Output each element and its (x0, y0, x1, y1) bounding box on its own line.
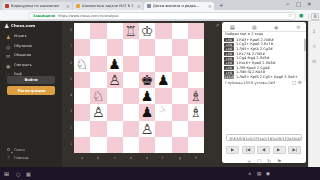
login-button-label: Войти (24, 78, 37, 82)
white-rook[interactable]: ♖ (125, 23, 138, 39)
engine-status: Глубина=18/18 узлов=24M (225, 81, 275, 85)
black-pawn[interactable]: ♟ (157, 72, 170, 88)
black-pawn[interactable]: ♟ (141, 104, 154, 120)
square-e1[interactable] (139, 137, 155, 153)
add-icon[interactable]: + (247, 158, 251, 164)
bookmark-star-icon[interactable]: ☆ (288, 13, 292, 18)
rank-label-7: 7 (70, 44, 72, 48)
sidebar-item-connect[interactable]: Общение (14, 53, 31, 57)
square-e4[interactable]: ♟ (139, 88, 155, 104)
tray-volume-icon[interactable]: ◉ (266, 171, 270, 176)
sidebar-item-play[interactable]: Играть (14, 34, 27, 38)
square-g2[interactable] (172, 121, 188, 137)
sidebar-help-label[interactable]: Помощь (14, 156, 29, 160)
tab1-title: Видеоуроки по шахматам (11, 4, 59, 8)
last-move-button[interactable]: ▶| (288, 146, 301, 154)
square-b2[interactable] (90, 121, 106, 137)
security-label: Защищено (33, 14, 55, 18)
connect-icon: ✉ (6, 53, 10, 59)
white-pawn[interactable]: ♙ (141, 121, 154, 137)
square-c3[interactable] (107, 104, 123, 120)
file-label-c: c (114, 156, 116, 160)
square-d3[interactable] (123, 104, 139, 120)
file-label-g: g (179, 156, 181, 160)
square-g4[interactable] (172, 88, 188, 104)
logo-pawn-icon: ♟ (4, 23, 9, 29)
login-button[interactable]: Войти (7, 76, 55, 84)
white-knight[interactable]: ♘ (76, 56, 89, 72)
square-f7[interactable] (155, 39, 171, 55)
next-move-button[interactable]: ▶ (273, 146, 286, 154)
white-pawn[interactable]: ♙ (92, 104, 105, 120)
watch-icon: ◉ (6, 63, 10, 69)
square-g3[interactable] (172, 104, 188, 120)
expand-board-icon[interactable]: ↗ (215, 23, 219, 28)
square-d4[interactable] (123, 88, 139, 104)
site-sidebar: ♟ Chess.com ♟ Играть ◎ Обучение ✉ Общени… (0, 21, 62, 167)
help-icon[interactable]: ? (7, 156, 9, 161)
tab2-close-icon[interactable]: × (137, 3, 141, 9)
file-label-h: h (195, 156, 197, 160)
start-button[interactable]: ⊞ (4, 170, 9, 177)
white-king[interactable]: ♔ (141, 23, 154, 39)
rank-label-3: 3 (70, 109, 72, 113)
fen-input[interactable]: 3RK3/8/N1p5/2P1kp2/1N2p2B/1P2p2B/4P3/8 w… (226, 134, 302, 141)
first-move-icon: |◀ (246, 148, 251, 153)
square-c6[interactable]: ♟ (107, 56, 123, 72)
square-g5[interactable] (172, 72, 188, 88)
square-f4[interactable] (155, 88, 171, 104)
eval-badge: +M2 (224, 52, 234, 56)
window-maximize-icon[interactable]: □ (296, 1, 301, 7)
tray-expand-icon[interactable]: ∧ (248, 171, 251, 176)
engine-play-button[interactable]: ▶ (226, 146, 239, 154)
square-c4[interactable] (107, 88, 123, 104)
tab3-title: Доска анализа и редак… (153, 4, 199, 8)
square-f1[interactable] (155, 137, 171, 153)
first-move-button[interactable]: |◀ (242, 146, 255, 154)
square-h8[interactable] (188, 23, 204, 39)
square-g6[interactable] (172, 56, 188, 72)
line-moves: 1.Лd5+ Крf4 2.Сg3# (236, 47, 273, 51)
browser-side-strip: ⇩ ☆ ⊙ (308, 21, 320, 167)
taskbar-search-icon[interactable]: ○ (16, 171, 20, 177)
tab3-favicon (147, 4, 151, 8)
line-moves: 1.Лd6 f4 2.Кd3# (236, 70, 265, 74)
next-move-icon: ▶ (277, 148, 280, 153)
square-d1[interactable] (123, 137, 139, 153)
rank-label-8: 8 (70, 28, 72, 32)
square-e3[interactable]: ♟ (139, 104, 155, 120)
line-moves: 1.Лe8+ Крf6 2.Сg5+ Крg6 3.Лe6+ (236, 75, 298, 79)
eval-badge: +M2 (224, 61, 234, 65)
square-a7[interactable] (74, 39, 90, 55)
board-setup-icon[interactable]: □ (257, 158, 262, 164)
square-h5[interactable] (188, 72, 204, 88)
eval-badge: +M2 (224, 66, 234, 70)
square-e6[interactable] (139, 56, 155, 72)
site-logo-text[interactable]: Chess.com (11, 24, 35, 28)
downloads-icon[interactable]: ⇩ (312, 29, 316, 34)
panel-tab-openings-icon[interactable]: ▦ (252, 24, 257, 30)
search-icon[interactable] (7, 148, 10, 151)
white-knight[interactable]: ♘ (92, 88, 105, 104)
file-label-f: f (162, 156, 163, 160)
windows-taskbar: ⊞ ○ ▦ e ∧ ▤ ◉ 15:04 24.02.2019 (0, 167, 320, 180)
square-b8[interactable] (90, 23, 106, 39)
square-b1[interactable] (90, 137, 106, 153)
engine-scrollbar-thumb[interactable] (304, 39, 306, 51)
black-pawn[interactable]: ♟ (108, 56, 121, 72)
file-label-d: d (130, 156, 132, 160)
eval-badge: +M2 (224, 71, 234, 75)
last-move-icon: ▶| (292, 148, 297, 153)
sidebar-search-label[interactable]: Поиск (14, 148, 25, 152)
line-moves: 1.Кxc6+ Крe6 2.Лd6# (236, 61, 276, 65)
url-text: https://www.chess.com/ru/analysis (58, 14, 119, 18)
flip-board-icon[interactable]: ↻ (267, 158, 271, 164)
square-b6[interactable] (90, 56, 106, 72)
square-h1[interactable] (188, 137, 204, 153)
browser-tabstrip: Видеоуроки по шахматам × Шахматные задач… (0, 0, 320, 10)
white-bishop[interactable]: ♗ (190, 104, 203, 120)
tab1-close-icon[interactable]: × (66, 3, 70, 9)
engine-line[interactable]: +13.29 1.Лe8+ Крf6 2.Сg5+ Крg6 3.Лe6+ (222, 75, 304, 80)
side-panel-toggle-icon[interactable]: ≣ (311, 13, 319, 20)
tab1-favicon (5, 4, 9, 8)
square-g1[interactable] (172, 137, 188, 153)
square-f2[interactable] (155, 121, 171, 137)
square-h6[interactable] (188, 56, 204, 72)
black-pawn[interactable]: ♟ (141, 88, 154, 104)
flag-icon[interactable]: ⚑ (277, 158, 281, 164)
eval-badge: +M2 (224, 43, 234, 47)
screen: Видеоуроки по шахматам × Шахматные задач… (0, 0, 320, 180)
play-icon: ▶ (231, 148, 234, 153)
square-h3[interactable]: ♗ (188, 104, 204, 120)
eval-badge: +M2 (224, 47, 234, 51)
square-g7[interactable] (172, 39, 188, 55)
square-c8[interactable] (107, 23, 123, 39)
square-h2[interactable] (188, 121, 204, 137)
eval-badge: +M2 (224, 57, 234, 61)
browser-tab-1[interactable]: Видеоуроки по шахматам × (2, 2, 72, 11)
white-bishop[interactable]: ♗ (190, 88, 203, 104)
file-label-a: a (81, 156, 83, 160)
panel-header: Найден мат в 2 хода (225, 32, 263, 36)
square-c1[interactable] (107, 137, 123, 153)
fen-text: 3RK3/8/N1p5/2P1kp2/1N2p2B/1P2p2B/4P3/8 w… (229, 137, 302, 141)
bookmarks-icon[interactable]: ☆ (312, 44, 316, 49)
signup-button-label: Регистрация (17, 88, 45, 92)
line-moves: 1.Кc7 f4 2.Лd5# (236, 52, 265, 56)
tray-network-icon[interactable]: ▤ (257, 171, 261, 176)
line-moves: 1.Сg3+ Крe6 2.Кc7# (236, 42, 273, 46)
window-minimize-icon[interactable]: ─ (286, 1, 289, 7)
chess-board[interactable]: ♖♔♘♟♙♚♟♘♟♗♙♟♗♙ (74, 23, 204, 153)
square-f6[interactable] (155, 56, 171, 72)
rank-label-6: 6 (70, 61, 72, 65)
rank-label-4: 4 (70, 93, 72, 97)
square-b7[interactable] (90, 39, 106, 55)
square-h7[interactable] (188, 39, 204, 55)
new-tab-button[interactable]: + (219, 3, 224, 9)
panel-tab-settings-icon[interactable]: ⚙ (296, 24, 300, 30)
square-c2[interactable] (107, 121, 123, 137)
square-e8[interactable]: ♔ (139, 23, 155, 39)
square-d5[interactable] (123, 72, 139, 88)
panel-tab-sound-icon[interactable]: ◉ (274, 24, 278, 30)
eval-badge: +13.29 (224, 75, 234, 79)
learn-icon: ◎ (6, 44, 10, 50)
black-king[interactable]: ♚ (141, 72, 154, 88)
task-view-icon[interactable]: ▦ (26, 171, 31, 177)
history-icon[interactable]: ⊙ (312, 59, 316, 64)
square-a6[interactable]: ♘ (74, 56, 90, 72)
square-a8[interactable] (74, 23, 90, 39)
file-label-b: b (97, 156, 99, 160)
prev-move-icon: ◀ (262, 148, 265, 153)
browser-tab-2[interactable]: Шахматные задачи МАТ В 2 × (73, 2, 143, 11)
eval-badge: +M2 (224, 38, 234, 42)
square-e7[interactable] (139, 39, 155, 55)
prev-move-button[interactable]: ◀ (257, 146, 270, 154)
square-b4[interactable]: ♘ (90, 88, 106, 104)
square-d7[interactable] (123, 39, 139, 55)
window-close-icon[interactable]: ✕ (307, 1, 312, 7)
square-h4[interactable]: ♗ (188, 88, 204, 104)
panel-tab-analysis-icon[interactable]: ▤ (230, 24, 235, 30)
square-c7[interactable] (107, 39, 123, 55)
play-icon: ♟ (6, 34, 10, 40)
square-f8[interactable] (155, 23, 171, 39)
rank-label-1: 1 (70, 142, 72, 146)
rank-label-5: 5 (70, 77, 72, 81)
white-pawn[interactable]: ♙ (108, 72, 121, 88)
square-g8[interactable] (172, 23, 188, 39)
square-b3[interactable]: ♙ (90, 104, 106, 120)
square-d8[interactable]: ♖ (123, 23, 139, 39)
analysis-panel: ▤ ▦ ◉ ⚙ Найден мат в 2 хода +M2 1.Кd3+ К… (222, 22, 306, 163)
line-moves: 1.Кd3+ Крe6 2.Лd6# (236, 38, 274, 42)
sidebar-item-watch[interactable]: Смотреть (14, 63, 32, 67)
square-a1[interactable] (74, 137, 90, 153)
copy-settings-icons[interactable]: □ ⚙ (292, 81, 302, 86)
square-e2[interactable]: ♙ (139, 121, 155, 137)
browser-tab-3-active[interactable]: Доска анализа и редак… × (144, 2, 214, 11)
line-moves: 1.Лf8 Крe6 2.Сg4# (236, 66, 270, 70)
square-a2[interactable] (74, 121, 90, 137)
line-moves: 1.Сg4 fxg4 2.Лd5# (236, 56, 270, 60)
file-label-e: e (146, 156, 148, 160)
extension-icon[interactable]: ● (299, 13, 303, 18)
square-a3[interactable] (74, 104, 90, 120)
tab2-title: Шахматные задачи МАТ В 2 (82, 4, 134, 8)
tab2-favicon (76, 4, 80, 8)
engine-lines: +M2 1.Кd3+ Крe6 2.Лd6# +M2 1.Сg3+ Крe6 2… (222, 38, 304, 80)
square-d6[interactable] (123, 56, 139, 72)
square-c5[interactable]: ♙ (107, 72, 123, 88)
signup-button[interactable]: Регистрация (7, 86, 55, 95)
square-d2[interactable] (123, 121, 139, 137)
square-a5[interactable] (74, 72, 90, 88)
square-e5[interactable]: ♚ (139, 72, 155, 88)
square-a4[interactable] (74, 88, 90, 104)
sidebar-item-learn[interactable]: Обучение (14, 44, 32, 48)
tab3-close-icon[interactable]: × (208, 3, 212, 9)
square-f5[interactable]: ♟ (155, 72, 171, 88)
square-b5[interactable] (90, 72, 106, 88)
rank-label-2: 2 (70, 126, 72, 130)
